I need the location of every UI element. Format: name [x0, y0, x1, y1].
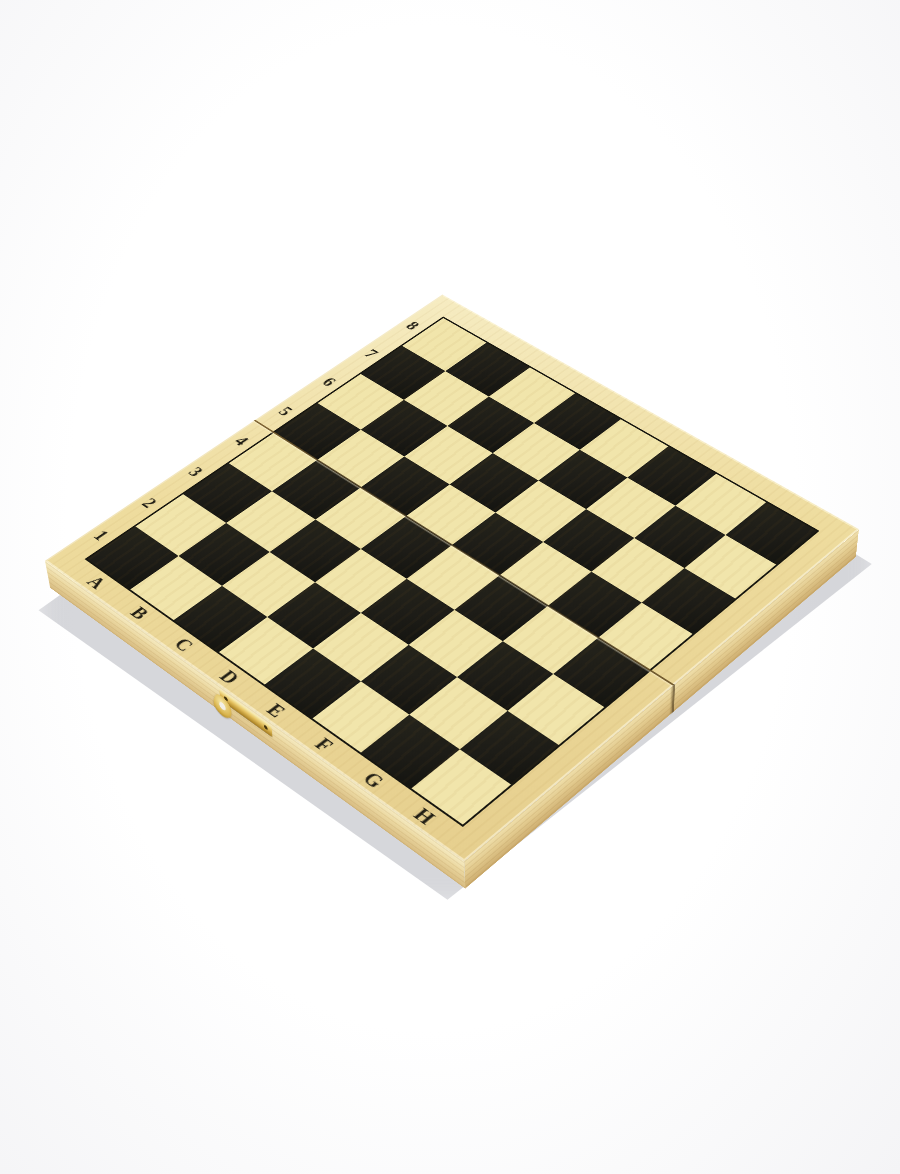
file-label-b: B	[127, 604, 153, 622]
square-g6[interactable]	[592, 538, 684, 602]
square-f5[interactable]	[499, 541, 591, 605]
file-label-a: A	[83, 573, 109, 591]
rank-label-6: 6	[319, 376, 339, 389]
rank-label-4: 4	[231, 434, 251, 448]
square-e4[interactable]	[407, 545, 499, 609]
square-d3[interactable]	[315, 549, 407, 613]
playing-area	[85, 316, 820, 827]
square-h2[interactable]	[460, 711, 559, 785]
rank-label-1: 1	[91, 528, 113, 543]
file-label-e: E	[263, 701, 289, 721]
file-label-h: H	[410, 805, 439, 828]
square-g4[interactable]	[503, 606, 598, 674]
square-g3[interactable]	[457, 641, 553, 711]
fold-seam-side	[672, 684, 675, 713]
square-e2[interactable]	[313, 613, 408, 681]
square-e1[interactable]	[265, 648, 361, 718]
square-h5[interactable]	[598, 602, 693, 670]
board-scene: 12345678ABCDEFGH	[153, 246, 751, 844]
square-f1[interactable]	[312, 681, 409, 753]
rank-label-7: 7	[362, 347, 381, 360]
square-e3[interactable]	[361, 579, 455, 645]
chess-board: 12345678ABCDEFGH	[45, 294, 859, 861]
square-c1[interactable]	[174, 586, 268, 652]
rank-label-2: 2	[139, 496, 160, 510]
board-top-face: 12345678ABCDEFGH	[45, 294, 859, 861]
square-b1[interactable]	[130, 556, 222, 621]
product-photo: 12345678ABCDEFGH	[0, 0, 900, 1174]
file-label-f: F	[311, 735, 337, 754]
file-label-g: G	[359, 769, 388, 791]
square-d1[interactable]	[219, 616, 314, 684]
square-f3[interactable]	[408, 609, 503, 677]
square-c2[interactable]	[222, 552, 314, 616]
square-h6[interactable]	[642, 568, 736, 634]
rank-label-3: 3	[185, 465, 206, 479]
square-h3[interactable]	[507, 673, 604, 745]
square-g2[interactable]	[410, 677, 507, 749]
square-f4[interactable]	[454, 575, 548, 641]
file-label-d: D	[216, 667, 243, 687]
rank-label-5: 5	[276, 405, 296, 418]
square-h7[interactable]	[684, 534, 776, 598]
square-h1[interactable]	[411, 749, 511, 825]
square-g1[interactable]	[361, 714, 460, 788]
square-h4[interactable]	[553, 637, 649, 707]
square-f2[interactable]	[361, 645, 457, 715]
square-d2[interactable]	[267, 582, 361, 648]
rank-label-8: 8	[403, 320, 422, 332]
file-label-c: C	[170, 635, 197, 654]
square-g5[interactable]	[548, 571, 642, 637]
